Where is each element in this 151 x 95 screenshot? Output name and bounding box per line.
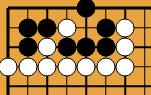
intersection[interactable] xyxy=(115,57,135,77)
black-stone xyxy=(77,38,96,57)
white-stone xyxy=(18,57,37,76)
intersection[interactable] xyxy=(96,0,116,18)
grid-line-vertical xyxy=(66,76,68,95)
intersection[interactable] xyxy=(76,57,96,77)
intersection[interactable] xyxy=(115,76,135,95)
intersection[interactable] xyxy=(96,37,116,57)
intersection[interactable] xyxy=(37,37,57,57)
intersection[interactable] xyxy=(37,57,57,77)
intersection[interactable] xyxy=(57,18,77,38)
intersection[interactable] xyxy=(135,57,151,77)
grid-line-vertical xyxy=(66,8,68,18)
intersection[interactable] xyxy=(96,76,116,95)
intersection[interactable] xyxy=(37,0,57,18)
grid-line-vertical xyxy=(7,76,10,95)
black-stone xyxy=(38,18,57,37)
white-stone xyxy=(57,57,76,76)
intersection[interactable] xyxy=(135,76,151,95)
grid-line-vertical xyxy=(144,18,146,38)
intersection[interactable] xyxy=(57,37,77,57)
intersection[interactable] xyxy=(115,0,135,18)
white-stone xyxy=(0,57,18,76)
intersection[interactable] xyxy=(57,57,77,77)
intersection[interactable] xyxy=(37,76,57,95)
grid-line-vertical xyxy=(27,76,29,95)
intersection[interactable] xyxy=(76,37,96,57)
grid-line-vertical xyxy=(7,8,10,18)
white-stone xyxy=(38,38,57,57)
intersection[interactable] xyxy=(0,57,18,77)
intersection[interactable] xyxy=(0,18,18,38)
intersection[interactable] xyxy=(0,76,18,95)
white-stone xyxy=(38,57,57,76)
intersection[interactable] xyxy=(76,18,96,38)
grid-line-vertical xyxy=(144,76,146,95)
grid-line-vertical xyxy=(124,76,126,95)
intersection[interactable] xyxy=(18,18,38,38)
go-board xyxy=(0,0,151,95)
intersection[interactable] xyxy=(18,37,38,57)
intersection[interactable] xyxy=(0,37,18,57)
intersection[interactable] xyxy=(135,18,151,38)
intersection[interactable] xyxy=(18,76,38,95)
intersection[interactable] xyxy=(18,0,38,18)
intersection[interactable] xyxy=(37,18,57,38)
white-stone xyxy=(96,57,115,76)
black-stone xyxy=(96,18,115,37)
intersection[interactable] xyxy=(115,37,135,57)
intersection[interactable] xyxy=(96,18,116,38)
grid-line-vertical xyxy=(46,76,48,95)
grid-line-vertical xyxy=(85,18,87,38)
grid-line-vertical xyxy=(85,76,87,95)
intersection[interactable] xyxy=(57,0,77,18)
intersection[interactable] xyxy=(57,76,77,95)
grid-line-vertical xyxy=(105,76,107,95)
board-grid xyxy=(0,0,151,95)
intersection[interactable] xyxy=(135,0,151,18)
intersection[interactable] xyxy=(76,76,96,95)
intersection[interactable] xyxy=(115,18,135,38)
black-stone xyxy=(57,38,76,57)
black-stone xyxy=(96,38,115,57)
white-stone xyxy=(116,57,135,76)
grid-line-vertical xyxy=(7,37,10,57)
grid-line-vertical xyxy=(144,8,146,18)
black-stone xyxy=(77,0,96,18)
intersection[interactable] xyxy=(18,57,38,77)
grid-line-vertical xyxy=(124,8,126,18)
intersection[interactable] xyxy=(76,0,96,18)
white-stone xyxy=(116,18,135,37)
grid-line-vertical xyxy=(144,57,146,77)
grid-line-vertical xyxy=(46,8,48,18)
intersection[interactable] xyxy=(135,37,151,57)
white-stone xyxy=(57,18,76,37)
intersection[interactable] xyxy=(96,57,116,77)
intersection[interactable] xyxy=(0,0,18,18)
black-stone xyxy=(18,38,37,57)
grid-line-vertical xyxy=(7,18,10,38)
white-stone xyxy=(116,38,135,57)
white-stone xyxy=(77,57,96,76)
grid-line-vertical xyxy=(105,8,107,18)
grid-line-vertical xyxy=(144,37,146,57)
grid-line-vertical xyxy=(27,8,29,18)
black-stone xyxy=(18,18,37,37)
